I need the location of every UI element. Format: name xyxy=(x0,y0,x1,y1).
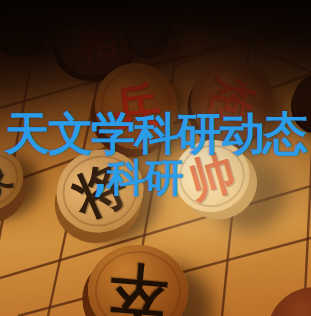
overlay-title-text: 天文学科研动态 xyxy=(5,111,306,156)
piece-character: 炮 xyxy=(0,5,52,54)
piece-edge-bottom-right[interactable] xyxy=(268,287,311,316)
piece-shadowed-top-left[interactable]: 炮 xyxy=(0,5,52,54)
piece-shadowed-top-right[interactable] xyxy=(128,8,170,54)
overlay-subtitle-text: ,科研 xyxy=(93,158,183,197)
piece-character: 卒 xyxy=(84,241,192,316)
xiangqi-board-photo: 炮相炮兵象将帅卒 天文学科研动态 ,科研 xyxy=(0,0,311,316)
piece-black-soldier[interactable]: 卒 xyxy=(85,242,191,316)
